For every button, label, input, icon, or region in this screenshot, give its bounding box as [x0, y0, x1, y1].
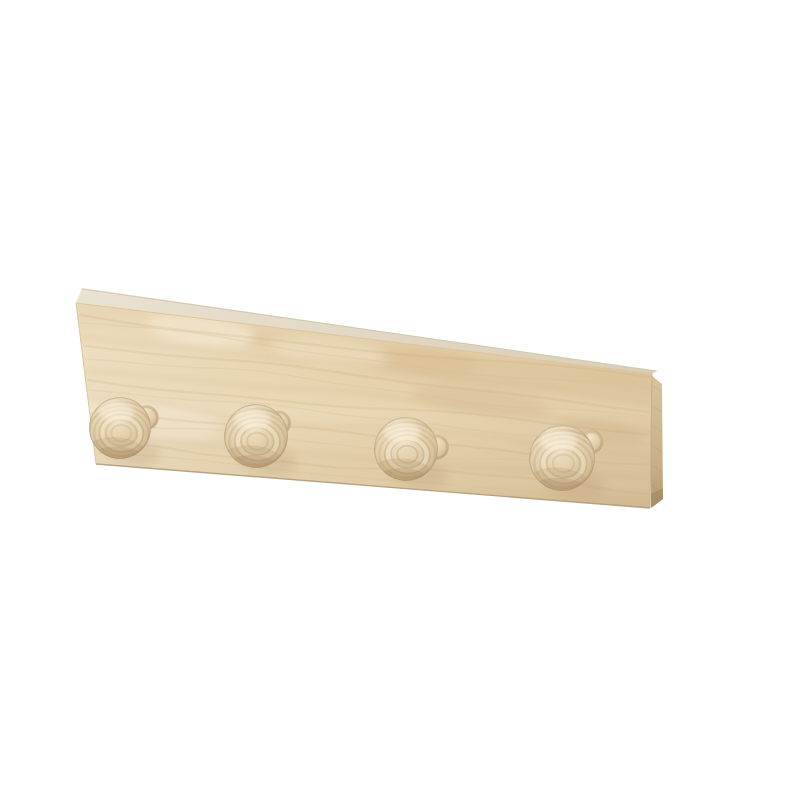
product-photo — [0, 0, 800, 800]
coat-rack-image — [0, 0, 800, 800]
